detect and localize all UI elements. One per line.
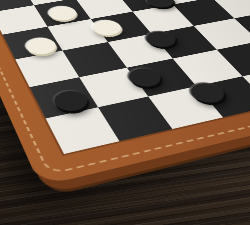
game-board: ●●●●●●●● [0, 0, 250, 186]
product-photo-scene: Angled close-up of a leather-framed chec… [0, 0, 250, 225]
